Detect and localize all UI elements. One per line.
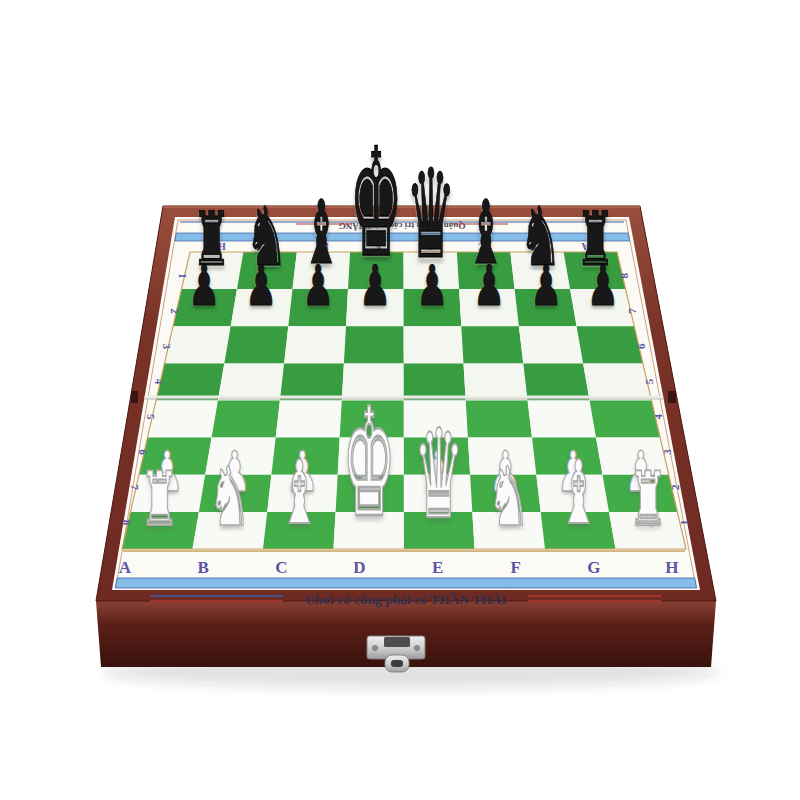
clasp-screw-left: [372, 645, 377, 650]
top-file-label-B: B: [530, 241, 537, 252]
square-d3: [338, 438, 404, 475]
square-f8: [457, 252, 515, 289]
square-f5: [464, 363, 528, 400]
square-a7: [173, 289, 237, 326]
chess-board: Quân tử đấu trí cách cờ THẮNGHGFEDCBAABC…: [0, 0, 800, 800]
square-a2: [131, 475, 206, 512]
bottom-slogan: Chơi cờ cũng phải có THẦN THÁI: [305, 592, 506, 607]
square-b5: [218, 363, 284, 400]
top-file-label-A: A: [581, 241, 589, 252]
file-label-B: B: [197, 558, 208, 577]
square-a1: [122, 512, 199, 549]
top-slogan-inverted: Quân tử đấu trí cách cờ THẮNG: [339, 221, 466, 231]
square-e5: [404, 363, 466, 400]
file-label-D: D: [353, 558, 365, 577]
square-e2: [404, 475, 472, 512]
square-g8: [510, 252, 570, 289]
rank-label-left-5: 5: [145, 414, 157, 420]
rank-label-left-4: 4: [153, 379, 165, 385]
square-c4: [276, 401, 342, 438]
clasp-screw-right: [414, 645, 419, 650]
square-a4: [148, 401, 218, 438]
square-f7: [459, 289, 519, 326]
rank-label-left-1: 1: [177, 273, 189, 279]
rank-label-right-2: 2: [669, 484, 681, 490]
rank-label-right-5: 5: [643, 378, 655, 384]
top-file-label-H: H: [218, 241, 226, 252]
hinge-notch-left: [131, 391, 138, 403]
square-e3: [404, 438, 470, 475]
top-file-label-G: G: [270, 241, 278, 252]
square-a3: [139, 438, 212, 475]
bottom-blue-stripe: [115, 578, 696, 588]
file-label-A: A: [119, 558, 132, 577]
square-c2: [267, 475, 338, 512]
square-g5: [523, 363, 589, 400]
rank-label-left-2: 2: [169, 308, 181, 314]
square-b7: [231, 289, 293, 326]
square-e7: [404, 289, 462, 326]
square-d4: [340, 401, 404, 438]
top-file-label-F: F: [323, 241, 329, 252]
square-g4: [528, 401, 596, 438]
square-f4: [466, 401, 532, 438]
square-e4: [404, 401, 468, 438]
square-c3: [271, 438, 339, 475]
square-d2: [336, 475, 404, 512]
square-h6: [577, 326, 643, 363]
rank-label-right-3: 3: [661, 449, 673, 455]
clasp-hook-hole: [391, 660, 403, 667]
square-h3: [596, 438, 669, 475]
rank-label-right-7: 7: [626, 308, 638, 314]
rank-label-right-4: 4: [652, 413, 664, 419]
square-b4: [212, 401, 280, 438]
square-f2: [470, 475, 541, 512]
square-d7: [346, 289, 404, 326]
square-a6: [165, 326, 231, 363]
rank-label-right-8: 8: [618, 272, 630, 278]
square-b6: [224, 326, 288, 363]
rank-label-right-1: 1: [678, 520, 690, 526]
square-b8: [237, 252, 297, 289]
square-g7: [515, 289, 577, 326]
square-e6: [404, 326, 464, 363]
rank-label-right-6: 6: [635, 343, 647, 349]
square-a5: [156, 363, 224, 400]
square-b3: [205, 438, 276, 475]
square-d8: [348, 252, 404, 289]
square-b1: [193, 512, 268, 549]
square-d6: [344, 326, 404, 363]
top-file-label-D: D: [426, 241, 433, 252]
square-f6: [461, 326, 523, 363]
square-c5: [280, 363, 344, 400]
rank-label-left-3: 3: [161, 343, 173, 349]
square-f1: [472, 512, 545, 549]
file-label-E: E: [432, 558, 443, 577]
square-h4: [590, 401, 661, 438]
rank-label-left-7: 7: [129, 484, 141, 490]
square-e8: [404, 252, 460, 289]
square-c6: [284, 326, 346, 363]
square-g1: [541, 512, 616, 549]
square-h8: [564, 252, 626, 289]
square-c8: [293, 252, 351, 289]
top-file-label-C: C: [478, 241, 485, 252]
square-e1: [404, 512, 475, 549]
square-b2: [199, 475, 272, 512]
file-label-H: H: [665, 558, 678, 577]
file-label-G: G: [587, 558, 600, 577]
square-g6: [519, 326, 583, 363]
clasp-slot: [384, 637, 410, 647]
square-d1: [334, 512, 405, 549]
top-blue-stripe: [175, 233, 630, 241]
square-h2: [603, 475, 678, 512]
square-h5: [583, 363, 651, 400]
file-label-F: F: [511, 558, 521, 577]
product-photo: Quân tử đấu trí cách cờ THẮNGHGFEDCBAABC…: [0, 0, 800, 800]
square-c1: [263, 512, 336, 549]
square-g2: [536, 475, 609, 512]
square-c7: [288, 289, 348, 326]
hinge-notch-right: [668, 391, 676, 403]
square-g3: [532, 438, 603, 475]
file-label-C: C: [275, 558, 287, 577]
square-f3: [468, 438, 536, 475]
rank-label-left-6: 6: [137, 449, 149, 455]
top-file-label-E: E: [374, 241, 381, 252]
square-d5: [342, 363, 404, 400]
square-a8: [182, 252, 244, 289]
square-h7: [570, 289, 634, 326]
rank-label-left-8: 8: [121, 520, 133, 526]
